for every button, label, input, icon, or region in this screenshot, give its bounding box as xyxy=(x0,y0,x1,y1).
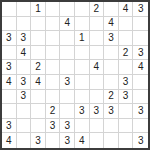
cell-r4c1[interactable] xyxy=(2,46,17,61)
cell-r2c9[interactable] xyxy=(119,17,134,32)
cell-r8c8: 3 xyxy=(104,104,119,119)
cell-r1c4[interactable] xyxy=(46,2,61,17)
cell-r4c5[interactable] xyxy=(60,46,75,61)
cell-r6c9: 3 xyxy=(119,75,134,90)
cell-r3c10[interactable] xyxy=(133,31,148,46)
cell-r2c6[interactable] xyxy=(75,17,90,32)
cell-r7c3[interactable] xyxy=(31,90,46,105)
cell-r8c9[interactable] xyxy=(119,104,134,119)
cell-r10c5: 3 xyxy=(60,133,75,148)
cell-r3c7[interactable] xyxy=(90,31,105,46)
cell-r8c7: 3 xyxy=(90,104,105,119)
cell-r7c4[interactable] xyxy=(46,90,61,105)
cell-r1c9: 4 xyxy=(119,2,134,17)
cell-r9c3[interactable] xyxy=(31,119,46,134)
cell-r3c4[interactable] xyxy=(46,31,61,46)
cell-r5c5[interactable] xyxy=(60,60,75,75)
cell-r2c5: 4 xyxy=(60,17,75,32)
cell-r6c6[interactable] xyxy=(75,75,90,90)
cell-r9c6[interactable] xyxy=(75,119,90,134)
cell-r8c6: 3 xyxy=(75,104,90,119)
cell-r3c5[interactable] xyxy=(60,31,75,46)
cell-r10c3: 3 xyxy=(31,133,46,148)
cell-r10c9[interactable] xyxy=(119,133,134,148)
cell-r7c1[interactable] xyxy=(2,90,17,105)
cell-r6c4[interactable] xyxy=(46,75,61,90)
cell-r1c1[interactable] xyxy=(2,2,17,17)
cell-r2c1[interactable] xyxy=(2,17,17,32)
cell-r6c5: 3 xyxy=(60,75,75,90)
cell-r1c3: 1 xyxy=(31,2,46,17)
cell-r8c10: 3 xyxy=(133,104,148,119)
cell-r6c2: 3 xyxy=(17,75,32,90)
cell-r7c7[interactable] xyxy=(90,90,105,105)
cell-r6c8[interactable] xyxy=(104,75,119,90)
cell-r1c5[interactable] xyxy=(60,2,75,17)
cell-r2c8: 4 xyxy=(104,17,119,32)
cell-r9c9[interactable] xyxy=(119,119,134,134)
puzzle-board: 12434433134233244434333232333333343343 xyxy=(0,0,150,150)
cell-r6c7[interactable] xyxy=(90,75,105,90)
cell-r10c7[interactable] xyxy=(90,133,105,148)
cell-r4c2: 4 xyxy=(17,46,32,61)
cell-r2c10[interactable] xyxy=(133,17,148,32)
cell-r10c2[interactable] xyxy=(17,133,32,148)
cell-r9c10[interactable] xyxy=(133,119,148,134)
cell-r1c2[interactable] xyxy=(17,2,32,17)
cell-r2c2[interactable] xyxy=(17,17,32,32)
cell-r10c1: 4 xyxy=(2,133,17,148)
cell-r7c9: 3 xyxy=(119,90,134,105)
cell-r5c7: 4 xyxy=(90,60,105,75)
cell-r4c3[interactable] xyxy=(31,46,46,61)
cell-r1c8[interactable] xyxy=(104,2,119,17)
cell-r4c10: 3 xyxy=(133,46,148,61)
cell-r9c1: 3 xyxy=(2,119,17,134)
cell-r4c6[interactable] xyxy=(75,46,90,61)
cell-r8c4: 2 xyxy=(46,104,61,119)
cell-r9c7[interactable] xyxy=(90,119,105,134)
cell-r2c7[interactable] xyxy=(90,17,105,32)
cell-r3c3[interactable] xyxy=(31,31,46,46)
cell-r3c8: 3 xyxy=(104,31,119,46)
cell-r9c4: 3 xyxy=(46,119,61,134)
cell-r10c4[interactable] xyxy=(46,133,61,148)
cell-r5c8[interactable] xyxy=(104,60,119,75)
cell-r10c8[interactable] xyxy=(104,133,119,148)
cell-r5c2[interactable] xyxy=(17,60,32,75)
cell-r6c1: 4 xyxy=(2,75,17,90)
cell-r4c7[interactable] xyxy=(90,46,105,61)
cell-r10c10: 3 xyxy=(133,133,148,148)
cell-r7c5[interactable] xyxy=(60,90,75,105)
cell-r5c1: 3 xyxy=(2,60,17,75)
cell-r5c6[interactable] xyxy=(75,60,90,75)
cell-r2c3[interactable] xyxy=(31,17,46,32)
cell-r3c6: 1 xyxy=(75,31,90,46)
cell-r7c2: 3 xyxy=(17,90,32,105)
cell-r10c6: 4 xyxy=(75,133,90,148)
cell-r1c10: 3 xyxy=(133,2,148,17)
cell-r4c9: 2 xyxy=(119,46,134,61)
cell-r3c9[interactable] xyxy=(119,31,134,46)
cell-r8c3[interactable] xyxy=(31,104,46,119)
cell-r5c4[interactable] xyxy=(46,60,61,75)
cell-r2c4[interactable] xyxy=(46,17,61,32)
cell-r9c5: 3 xyxy=(60,119,75,134)
cell-r7c6[interactable] xyxy=(75,90,90,105)
cell-r1c6[interactable] xyxy=(75,2,90,17)
cell-r8c5[interactable] xyxy=(60,104,75,119)
cell-r9c2[interactable] xyxy=(17,119,32,134)
cell-r6c3: 4 xyxy=(31,75,46,90)
cell-r5c3: 2 xyxy=(31,60,46,75)
cell-r7c10[interactable] xyxy=(133,90,148,105)
cell-r5c10: 4 xyxy=(133,60,148,75)
cell-r3c2: 3 xyxy=(17,31,32,46)
cell-r4c8[interactable] xyxy=(104,46,119,61)
cell-r5c9[interactable] xyxy=(119,60,134,75)
cell-r1c7: 2 xyxy=(90,2,105,17)
cell-r8c1[interactable] xyxy=(2,104,17,119)
cell-r4c4[interactable] xyxy=(46,46,61,61)
cell-r7c8: 2 xyxy=(104,90,119,105)
cell-r9c8[interactable] xyxy=(104,119,119,134)
cell-r8c2[interactable] xyxy=(17,104,32,119)
cell-r3c1: 3 xyxy=(2,31,17,46)
cell-r6c10[interactable] xyxy=(133,75,148,90)
